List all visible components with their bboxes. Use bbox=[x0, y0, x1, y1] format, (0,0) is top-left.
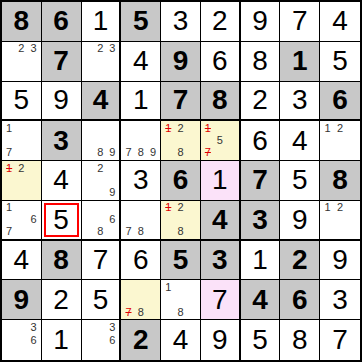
cell-r2c9[interactable]: 5 bbox=[320, 42, 360, 82]
solved-digit: 8 bbox=[292, 326, 308, 354]
candidate-empty bbox=[28, 187, 40, 199]
cell-r4c5[interactable]: 128 bbox=[161, 121, 201, 161]
candidate-empty bbox=[135, 135, 147, 147]
given-digit: 9 bbox=[173, 47, 189, 75]
cell-r4c6[interactable]: 157 bbox=[201, 121, 241, 161]
solved-digit: 4 bbox=[14, 246, 30, 274]
cell-r6c1[interactable]: 167 bbox=[2, 201, 42, 241]
cell-r8c9[interactable]: 3 bbox=[320, 280, 360, 320]
solved-digit: 1 bbox=[53, 326, 69, 354]
cell-r2c5[interactable]: 9 bbox=[161, 42, 201, 82]
candidate-grid: 78 bbox=[122, 202, 159, 238]
candidate-empty bbox=[187, 147, 199, 159]
solved-digit: 3 bbox=[133, 166, 149, 194]
cell-r5c3[interactable]: 29 bbox=[82, 161, 122, 201]
cell-r7c5[interactable]: 5 bbox=[161, 241, 201, 281]
candidate-empty bbox=[15, 147, 27, 159]
candidate-empty bbox=[106, 135, 118, 147]
candidate-empty bbox=[162, 214, 174, 226]
given-digit: 6 bbox=[53, 7, 69, 35]
candidate-empty bbox=[174, 281, 186, 293]
candidate-empty bbox=[15, 321, 27, 334]
candidate-empty bbox=[147, 226, 159, 238]
candidate-empty bbox=[226, 122, 238, 134]
solved-digit: 7 bbox=[93, 246, 109, 274]
solved-digit: 3 bbox=[173, 7, 189, 35]
candidate-empty bbox=[106, 67, 118, 79]
candidate-6: 6 bbox=[106, 334, 118, 347]
candidate-empty bbox=[162, 135, 174, 147]
candidate-empty bbox=[28, 147, 40, 159]
cell-r3c4[interactable]: 1 bbox=[121, 82, 161, 122]
candidate-empty bbox=[28, 226, 40, 238]
candidate-2: 2 bbox=[174, 122, 186, 134]
given-digit: 4 bbox=[252, 286, 268, 314]
candidate-2: 2 bbox=[334, 122, 347, 134]
cell-r6c5[interactable]: 128 bbox=[161, 201, 201, 241]
candidate-grid: 789 bbox=[122, 122, 159, 159]
given-digit: 2 bbox=[292, 246, 308, 274]
candidate-empty bbox=[122, 122, 134, 134]
given-digit: 6 bbox=[173, 166, 189, 194]
candidate-empty bbox=[94, 55, 106, 67]
candidate-2: 2 bbox=[174, 202, 186, 214]
candidate-1: 1 bbox=[3, 122, 15, 134]
cell-r5c5[interactable]: 6 bbox=[161, 161, 201, 201]
solved-digit: 6 bbox=[212, 47, 228, 75]
given-digit: 8 bbox=[332, 166, 348, 194]
given-digit: 3 bbox=[252, 206, 268, 234]
cell-r3c5[interactable]: 7 bbox=[161, 82, 201, 122]
candidate-1-eliminated: 1 bbox=[202, 122, 214, 134]
candidate-1-eliminated: 1 bbox=[3, 162, 15, 174]
candidate-empty bbox=[106, 226, 118, 238]
candidate-grid: 23 bbox=[83, 43, 119, 80]
candidate-empty bbox=[3, 67, 15, 79]
candidate-grid: 68 bbox=[83, 202, 119, 238]
candidate-grid: 12 bbox=[321, 202, 359, 238]
candidate-grid: 36 bbox=[83, 321, 119, 359]
candidate-3: 3 bbox=[106, 43, 118, 55]
candidate-empty bbox=[147, 281, 159, 293]
candidate-empty bbox=[28, 135, 40, 147]
candidate-7: 7 bbox=[3, 226, 15, 238]
solved-digit: 5 bbox=[332, 47, 348, 75]
candidate-empty bbox=[122, 202, 134, 214]
candidate-empty bbox=[147, 306, 159, 318]
candidate-empty bbox=[346, 122, 359, 134]
candidate-empty bbox=[94, 202, 106, 214]
cell-r8c1[interactable]: 9 bbox=[2, 280, 42, 320]
candidate-8: 8 bbox=[135, 147, 147, 159]
candidate-empty bbox=[15, 122, 27, 134]
given-digit: 9 bbox=[14, 286, 30, 314]
candidate-8: 8 bbox=[135, 306, 147, 318]
candidate-empty bbox=[94, 135, 106, 147]
cell-r7c7[interactable]: 1 bbox=[241, 241, 281, 281]
candidate-3: 3 bbox=[106, 321, 118, 334]
cell-r7c8[interactable]: 2 bbox=[280, 241, 320, 281]
solved-digit: 9 bbox=[332, 246, 348, 274]
candidate-empty bbox=[3, 43, 15, 55]
candidate-3: 3 bbox=[28, 43, 40, 55]
cell-r6c9[interactable]: 12 bbox=[320, 201, 360, 241]
candidate-7-eliminated: 7 bbox=[202, 147, 214, 159]
candidate-empty bbox=[15, 187, 27, 199]
solved-digit: 5 bbox=[292, 166, 308, 194]
cell-r5c2[interactable]: 4 bbox=[42, 161, 82, 201]
cell-r5c9[interactable]: 8 bbox=[320, 161, 360, 201]
candidate-grid: 157 bbox=[202, 122, 238, 159]
cell-r7c9[interactable]: 9 bbox=[320, 241, 360, 281]
candidate-empty bbox=[83, 214, 95, 226]
candidate-empty bbox=[83, 346, 95, 359]
cell-r1c6[interactable]: 2 bbox=[201, 2, 241, 42]
cell-r2c8[interactable]: 1 bbox=[280, 42, 320, 82]
given-digit: 5 bbox=[133, 7, 149, 35]
given-digit: 6 bbox=[332, 86, 348, 114]
candidate-empty bbox=[83, 55, 95, 67]
candidate-empty bbox=[147, 214, 159, 226]
candidate-empty bbox=[122, 214, 134, 226]
candidate-empty bbox=[15, 135, 27, 147]
given-digit: 3 bbox=[53, 127, 69, 155]
solved-digit: 4 bbox=[133, 47, 149, 75]
cell-r1c3[interactable]: 1 bbox=[82, 2, 122, 42]
cell-r2c3[interactable]: 23 bbox=[82, 42, 122, 82]
candidate-empty bbox=[94, 174, 106, 186]
candidate-empty bbox=[187, 135, 199, 147]
candidate-empty bbox=[94, 321, 106, 334]
candidate-empty bbox=[106, 122, 118, 134]
solved-digit: 1 bbox=[212, 166, 228, 194]
cell-r6c2[interactable]: 5 bbox=[42, 201, 82, 241]
cell-r3c8[interactable]: 3 bbox=[280, 82, 320, 122]
candidate-6: 6 bbox=[28, 334, 40, 347]
solved-digit: 5 bbox=[53, 206, 69, 234]
candidate-empty bbox=[3, 321, 15, 334]
candidate-empty bbox=[135, 281, 147, 293]
candidate-empty bbox=[94, 187, 106, 199]
solved-digit: 1 bbox=[93, 7, 109, 35]
cell-r1c2[interactable]: 6 bbox=[42, 2, 82, 42]
cell-r1c7[interactable]: 9 bbox=[241, 2, 281, 42]
solved-digit: 5 bbox=[252, 326, 268, 354]
candidate-grid: 89 bbox=[83, 122, 119, 159]
candidate-empty bbox=[334, 214, 347, 226]
candidate-empty bbox=[3, 334, 15, 347]
candidate-empty bbox=[3, 214, 15, 226]
candidate-empty bbox=[15, 67, 27, 79]
candidate-empty bbox=[162, 147, 174, 159]
candidate-empty bbox=[83, 122, 95, 134]
candidate-grid: 18 bbox=[162, 281, 199, 318]
cell-r8c4[interactable]: 78 bbox=[121, 280, 161, 320]
candidate-empty bbox=[28, 346, 40, 359]
candidate-empty bbox=[321, 147, 334, 159]
candidate-empty bbox=[346, 202, 359, 214]
candidate-grid: 12 bbox=[3, 162, 40, 199]
candidate-empty bbox=[162, 294, 174, 306]
candidate-2: 2 bbox=[15, 162, 27, 174]
candidate-empty bbox=[162, 306, 174, 318]
candidate-empty bbox=[135, 214, 147, 226]
candidate-3: 3 bbox=[28, 321, 40, 334]
given-digit: 8 bbox=[212, 86, 228, 114]
given-digit: 7 bbox=[173, 86, 189, 114]
cell-r6c8[interactable]: 9 bbox=[280, 201, 320, 241]
candidate-empty bbox=[15, 202, 27, 214]
solved-digit: 4 bbox=[292, 127, 308, 155]
solved-digit: 5 bbox=[93, 286, 109, 314]
cell-r1c5[interactable]: 3 bbox=[161, 2, 201, 42]
cell-r3c6[interactable]: 8 bbox=[201, 82, 241, 122]
cell-r4c9[interactable]: 12 bbox=[320, 121, 360, 161]
cell-r8c3[interactable]: 5 bbox=[82, 280, 122, 320]
solved-digit: 7 bbox=[332, 326, 348, 354]
solved-digit: 4 bbox=[332, 7, 348, 35]
cell-r2c1[interactable]: 23 bbox=[2, 42, 42, 82]
cell-r4c2[interactable]: 3 bbox=[42, 121, 82, 161]
candidate-empty bbox=[214, 122, 226, 134]
solved-digit: 9 bbox=[53, 86, 69, 114]
cell-r1c1[interactable]: 8 bbox=[2, 2, 42, 42]
candidate-empty bbox=[94, 334, 106, 347]
solved-digit: 9 bbox=[212, 326, 228, 354]
candidate-1-eliminated: 1 bbox=[162, 122, 174, 134]
cell-r5c7[interactable]: 7 bbox=[241, 161, 281, 201]
given-digit: 6 bbox=[292, 286, 308, 314]
cell-r5c4[interactable]: 3 bbox=[121, 161, 161, 201]
cell-r2c6[interactable]: 6 bbox=[201, 42, 241, 82]
cell-r9c8[interactable]: 8 bbox=[280, 320, 320, 360]
candidate-empty bbox=[346, 214, 359, 226]
candidate-empty bbox=[122, 135, 134, 147]
solved-digit: 4 bbox=[173, 326, 189, 354]
candidate-empty bbox=[187, 226, 199, 238]
candidate-empty bbox=[83, 147, 95, 159]
cell-r8c5[interactable]: 18 bbox=[161, 280, 201, 320]
cell-r7c6[interactable]: 3 bbox=[201, 241, 241, 281]
candidate-empty bbox=[122, 294, 134, 306]
given-digit: 3 bbox=[212, 246, 228, 274]
cell-r4c7[interactable]: 6 bbox=[241, 121, 281, 161]
candidate-empty bbox=[321, 226, 334, 238]
candidate-2: 2 bbox=[94, 43, 106, 55]
cell-r8c2[interactable]: 2 bbox=[42, 280, 82, 320]
solved-digit: 5 bbox=[14, 86, 30, 114]
solved-digit: 1 bbox=[252, 246, 268, 274]
candidate-empty bbox=[83, 321, 95, 334]
cell-r7c1[interactable]: 4 bbox=[2, 241, 42, 281]
candidate-empty bbox=[187, 281, 199, 293]
candidate-empty bbox=[334, 147, 347, 159]
candidate-empty bbox=[334, 226, 347, 238]
cell-r9c3[interactable]: 36 bbox=[82, 320, 122, 360]
candidate-grid: 36 bbox=[3, 321, 40, 359]
candidate-empty bbox=[147, 202, 159, 214]
candidate-empty bbox=[187, 214, 199, 226]
solved-digit: 2 bbox=[212, 7, 228, 35]
candidate-grid: 128 bbox=[162, 122, 199, 159]
solved-digit: 2 bbox=[53, 286, 69, 314]
candidate-grid: 17 bbox=[3, 122, 40, 159]
candidate-2: 2 bbox=[334, 202, 347, 214]
candidate-1: 1 bbox=[162, 281, 174, 293]
candidate-empty bbox=[15, 346, 27, 359]
candidate-empty bbox=[3, 55, 15, 67]
candidate-2: 2 bbox=[15, 43, 27, 55]
candidate-empty bbox=[214, 147, 226, 159]
cell-r9c5[interactable]: 4 bbox=[161, 320, 201, 360]
candidate-empty bbox=[94, 67, 106, 79]
candidate-6: 6 bbox=[106, 214, 118, 226]
candidate-1-eliminated: 1 bbox=[162, 202, 174, 214]
candidate-empty bbox=[187, 306, 199, 318]
given-digit: 4 bbox=[93, 86, 109, 114]
cell-r2c4[interactable]: 4 bbox=[121, 42, 161, 82]
candidate-empty bbox=[162, 226, 174, 238]
candidate-empty bbox=[106, 202, 118, 214]
candidate-empty bbox=[15, 174, 27, 186]
candidate-empty bbox=[187, 202, 199, 214]
cell-r3c3[interactable]: 4 bbox=[82, 82, 122, 122]
candidate-empty bbox=[28, 67, 40, 79]
cell-r8c7[interactable]: 4 bbox=[241, 280, 281, 320]
candidate-7: 7 bbox=[122, 147, 134, 159]
solved-digit: 7 bbox=[212, 286, 228, 314]
candidate-empty bbox=[28, 202, 40, 214]
candidate-empty bbox=[15, 334, 27, 347]
solved-digit: 1 bbox=[133, 86, 149, 114]
candidate-empty bbox=[28, 162, 40, 174]
cell-r9c2[interactable]: 1 bbox=[42, 320, 82, 360]
candidate-empty bbox=[202, 135, 214, 147]
cell-r5c8[interactable]: 5 bbox=[280, 161, 320, 201]
candidate-empty bbox=[28, 122, 40, 134]
candidate-empty bbox=[321, 214, 334, 226]
candidate-1: 1 bbox=[3, 202, 15, 214]
cell-r3c7[interactable]: 2 bbox=[241, 82, 281, 122]
solved-digit: 4 bbox=[53, 166, 69, 194]
candidate-empty bbox=[83, 174, 95, 186]
cell-r5c1[interactable]: 12 bbox=[2, 161, 42, 201]
candidate-empty bbox=[83, 67, 95, 79]
given-digit: 4 bbox=[212, 206, 228, 234]
candidate-8: 8 bbox=[94, 226, 106, 238]
cell-r7c4[interactable]: 6 bbox=[121, 241, 161, 281]
candidate-empty bbox=[106, 55, 118, 67]
candidate-empty bbox=[83, 202, 95, 214]
solved-digit: 9 bbox=[292, 206, 308, 234]
candidate-empty bbox=[83, 334, 95, 347]
candidate-9: 9 bbox=[147, 147, 159, 159]
cell-r7c2[interactable]: 8 bbox=[42, 241, 82, 281]
cell-r9c6[interactable]: 9 bbox=[201, 320, 241, 360]
cell-r9c7[interactable]: 5 bbox=[241, 320, 281, 360]
candidate-empty bbox=[83, 226, 95, 238]
cell-r9c4[interactable]: 2 bbox=[121, 320, 161, 360]
given-digit: 8 bbox=[53, 246, 69, 274]
cell-r6c7[interactable]: 3 bbox=[241, 201, 281, 241]
candidate-empty bbox=[147, 122, 159, 134]
cell-r6c4[interactable]: 78 bbox=[121, 201, 161, 241]
cell-r9c1[interactable]: 36 bbox=[2, 320, 42, 360]
cell-r4c3[interactable]: 89 bbox=[82, 121, 122, 161]
candidate-empty bbox=[334, 135, 347, 147]
solved-digit: 8 bbox=[252, 47, 268, 75]
solved-digit: 6 bbox=[252, 127, 268, 155]
candidate-grid: 128 bbox=[162, 202, 199, 238]
candidate-empty bbox=[15, 214, 27, 226]
candidate-empty bbox=[346, 226, 359, 238]
candidate-empty bbox=[3, 187, 15, 199]
solved-digit: 3 bbox=[292, 86, 308, 114]
candidate-empty bbox=[147, 135, 159, 147]
candidate-empty bbox=[106, 162, 118, 174]
cell-r2c2[interactable]: 7 bbox=[42, 42, 82, 82]
candidate-8: 8 bbox=[94, 147, 106, 159]
candidate-empty bbox=[135, 294, 147, 306]
candidate-8: 8 bbox=[174, 147, 186, 159]
candidate-empty bbox=[28, 174, 40, 186]
cell-r4c1[interactable]: 17 bbox=[2, 121, 42, 161]
cell-r4c4[interactable]: 789 bbox=[121, 121, 161, 161]
cell-r9c9[interactable]: 7 bbox=[320, 320, 360, 360]
candidate-8: 8 bbox=[174, 226, 186, 238]
candidate-empty bbox=[321, 135, 334, 147]
candidate-1: 1 bbox=[321, 122, 334, 134]
candidate-empty bbox=[346, 135, 359, 147]
candidate-empty bbox=[3, 174, 15, 186]
candidate-empty bbox=[135, 202, 147, 214]
cell-r3c9[interactable]: 6 bbox=[320, 82, 360, 122]
cell-r1c9[interactable]: 4 bbox=[320, 2, 360, 42]
candidate-grid: 23 bbox=[3, 43, 40, 80]
solved-digit: 9 bbox=[252, 7, 268, 35]
cell-r6c6[interactable]: 4 bbox=[201, 201, 241, 241]
candidate-grid: 29 bbox=[83, 162, 119, 199]
cell-r1c8[interactable]: 7 bbox=[280, 2, 320, 42]
cell-r8c8[interactable]: 6 bbox=[280, 280, 320, 320]
cell-r2c7[interactable]: 8 bbox=[241, 42, 281, 82]
candidate-empty bbox=[174, 214, 186, 226]
candidate-empty bbox=[83, 43, 95, 55]
cell-r3c2[interactable]: 9 bbox=[42, 82, 82, 122]
cell-r3c1[interactable]: 5 bbox=[2, 82, 42, 122]
candidate-empty bbox=[226, 147, 238, 159]
candidate-empty bbox=[94, 214, 106, 226]
candidate-grid: 12 bbox=[321, 122, 359, 159]
cell-r6c3[interactable]: 68 bbox=[82, 201, 122, 241]
given-digit: 5 bbox=[173, 246, 189, 274]
cell-r1c4[interactable]: 5 bbox=[121, 2, 161, 42]
candidate-empty bbox=[3, 135, 15, 147]
candidate-empty bbox=[187, 294, 199, 306]
candidate-empty bbox=[122, 281, 134, 293]
solved-digit: 2 bbox=[252, 86, 268, 114]
cell-r7c3[interactable]: 7 bbox=[82, 241, 122, 281]
candidate-empty bbox=[94, 122, 106, 134]
cell-r5c6[interactable]: 1 bbox=[201, 161, 241, 201]
candidate-9: 9 bbox=[106, 187, 118, 199]
candidate-empty bbox=[28, 55, 40, 67]
cell-r4c8[interactable]: 4 bbox=[280, 121, 320, 161]
cell-r8c6[interactable]: 7 bbox=[201, 280, 241, 320]
candidate-5: 5 bbox=[214, 135, 226, 147]
candidate-empty bbox=[15, 55, 27, 67]
candidate-empty bbox=[83, 135, 95, 147]
